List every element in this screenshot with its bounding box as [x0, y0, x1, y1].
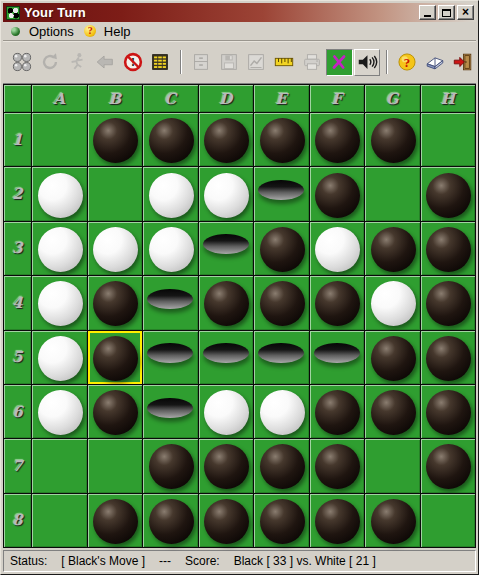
black-disc [426, 173, 471, 218]
toolbar: !? [3, 41, 476, 84]
cell-B3[interactable] [88, 222, 143, 275]
white-disc [38, 227, 83, 272]
toolbar-separator [386, 50, 388, 74]
ruler-icon [273, 51, 295, 73]
col-label-G: G [365, 85, 420, 112]
black-disc [371, 118, 416, 163]
cell-E4[interactable] [254, 276, 309, 329]
move-now-button [64, 49, 91, 76]
cell-G2[interactable] [365, 167, 420, 220]
drawer-icon [190, 51, 212, 73]
cell-H1[interactable] [421, 113, 476, 166]
col-label-C: C [143, 85, 198, 112]
cell-H7[interactable] [421, 439, 476, 492]
black-disc [315, 118, 360, 163]
close-icon: × [462, 6, 469, 18]
cell-D1[interactable] [199, 113, 254, 166]
cell-G6[interactable] [365, 385, 420, 438]
row-label-text: 6 [12, 403, 22, 421]
cell-D6[interactable] [199, 385, 254, 438]
floppy-icon [218, 51, 240, 73]
cell-G4[interactable] [365, 276, 420, 329]
white-disc [149, 173, 194, 218]
cell-B2[interactable] [88, 167, 143, 220]
cell-A8[interactable] [32, 494, 87, 547]
status-bar: Status: [ Black's Move ] --- Score: Blac… [3, 548, 476, 572]
score-value: Black [ 33 ] vs. White [ 21 ] [234, 554, 376, 568]
cell-B5[interactable] [88, 331, 143, 384]
col-label-text: A [53, 90, 65, 108]
window-controls: × [419, 5, 474, 20]
statistics-button [243, 49, 270, 76]
cell-F8[interactable] [310, 494, 365, 547]
row-label-text: 2 [12, 185, 22, 203]
cell-F6[interactable] [310, 385, 365, 438]
score-pad-icon [149, 51, 171, 73]
cell-H2[interactable] [421, 167, 476, 220]
white-disc [93, 227, 138, 272]
score-label: Score: [185, 554, 220, 568]
black-disc [260, 499, 305, 544]
maximize-button[interactable] [438, 5, 455, 20]
cell-F3[interactable] [310, 222, 365, 275]
maximize-icon [442, 9, 451, 17]
black-disc [204, 281, 249, 326]
cell-E1[interactable] [254, 113, 309, 166]
black-disc [371, 336, 416, 381]
col-label-text: F [331, 90, 342, 108]
speaker-icon [356, 51, 378, 73]
black-disc [426, 390, 471, 435]
cell-G5[interactable] [365, 331, 420, 384]
black-disc [93, 118, 138, 163]
row-label-text: 5 [12, 348, 22, 366]
question-icon: ? [84, 25, 97, 38]
left-arrow-icon [94, 51, 116, 73]
menubar: Options?Help [3, 22, 476, 41]
cell-C4[interactable] [143, 276, 198, 329]
black-disc [204, 118, 249, 163]
four-balls-icon [11, 51, 33, 73]
row-label-8: 8 [4, 494, 31, 547]
cell-A1[interactable] [32, 113, 87, 166]
row-label-6: 6 [4, 385, 31, 438]
cell-F4[interactable] [310, 276, 365, 329]
green-ball-icon [9, 25, 22, 38]
toolbar-separator [180, 50, 182, 74]
col-label-D: D [199, 85, 254, 112]
restart-button [37, 49, 64, 76]
black-disc [260, 227, 305, 272]
status-label: Status: [10, 554, 47, 568]
col-label-text: C [164, 90, 176, 108]
score-sheet-button[interactable] [147, 49, 174, 76]
magenta-x-icon [328, 51, 350, 73]
black-disc [93, 499, 138, 544]
minimize-icon [424, 15, 431, 17]
close-button[interactable]: × [457, 5, 474, 20]
row-label-1: 1 [4, 113, 31, 166]
cell-B4[interactable] [88, 276, 143, 329]
cell-H4[interactable] [421, 276, 476, 329]
cell-A3[interactable] [32, 222, 87, 275]
help-button[interactable]: ? [394, 49, 421, 76]
cell-H8[interactable] [421, 494, 476, 547]
cell-C6[interactable] [143, 385, 198, 438]
cell-B6[interactable] [88, 385, 143, 438]
cell-D7[interactable] [199, 439, 254, 492]
window-title: Your Turn [24, 5, 419, 20]
cell-C8[interactable] [143, 494, 198, 547]
app-icon [6, 6, 20, 20]
titlebar[interactable]: Your Turn × [3, 3, 476, 22]
stop-button[interactable]: ! [120, 49, 147, 76]
cell-C3[interactable] [143, 222, 198, 275]
black-disc [204, 444, 249, 489]
col-label-text: D [219, 90, 232, 108]
row-label-text: 7 [12, 457, 22, 475]
cell-D3[interactable] [199, 222, 254, 275]
black-disc [315, 173, 360, 218]
black-disc [204, 499, 249, 544]
cell-G3[interactable] [365, 222, 420, 275]
cell-D4[interactable] [199, 276, 254, 329]
menu-help[interactable]: ?Help [82, 23, 137, 40]
cell-A4[interactable] [32, 276, 87, 329]
cell-A7[interactable] [32, 439, 87, 492]
black-disc [260, 444, 305, 489]
cell-B1[interactable] [88, 113, 143, 166]
cell-E7[interactable] [254, 439, 309, 492]
open-game-button [188, 49, 215, 76]
row-label-5: 5 [4, 331, 31, 384]
exit-door-icon [452, 51, 474, 73]
cell-H3[interactable] [421, 222, 476, 275]
black-disc [426, 281, 471, 326]
black-disc [315, 281, 360, 326]
cell-E2[interactable] [254, 167, 309, 220]
white-disc [38, 173, 83, 218]
cell-C7[interactable] [143, 439, 198, 492]
black-disc [260, 281, 305, 326]
black-disc [93, 390, 138, 435]
black-disc [93, 336, 138, 381]
circular-arrow-icon [39, 51, 61, 73]
ruler-button[interactable] [271, 49, 298, 76]
cell-A5[interactable] [32, 331, 87, 384]
white-disc [204, 173, 249, 218]
cell-E8[interactable] [254, 494, 309, 547]
black-disc [149, 499, 194, 544]
menu-label: Options [29, 24, 74, 39]
row-label-text: 3 [12, 239, 22, 257]
flipping-disc [314, 343, 360, 363]
row-label-3: 3 [4, 222, 31, 275]
runner-icon [67, 51, 89, 73]
cell-A2[interactable] [32, 167, 87, 220]
cell-F5[interactable] [310, 331, 365, 384]
new-game-button[interactable] [9, 49, 36, 76]
col-label-text: G [386, 90, 399, 108]
black-disc [315, 390, 360, 435]
col-label-A: A [32, 85, 87, 112]
white-disc [204, 390, 249, 435]
show-moves-toggle-button[interactable] [326, 49, 353, 76]
menu-label: Help [104, 24, 131, 39]
cell-F2[interactable] [310, 167, 365, 220]
cell-C1[interactable] [143, 113, 198, 166]
col-label-B: B [88, 85, 143, 112]
black-disc [371, 390, 416, 435]
black-disc [93, 281, 138, 326]
white-disc [38, 390, 83, 435]
printer-icon [301, 51, 323, 73]
undo-move-button [92, 49, 119, 76]
white-disc [38, 336, 83, 381]
cell-E3[interactable] [254, 222, 309, 275]
cell-D5[interactable] [199, 331, 254, 384]
cell-G8[interactable] [365, 494, 420, 547]
cell-C5[interactable] [143, 331, 198, 384]
cell-H6[interactable] [421, 385, 476, 438]
black-disc [260, 118, 305, 163]
row-label-2: 2 [4, 167, 31, 220]
row-label-4: 4 [4, 276, 31, 329]
flipping-disc [258, 343, 304, 363]
white-disc [260, 390, 305, 435]
black-disc [315, 499, 360, 544]
col-label-H: H [421, 85, 476, 112]
white-disc [315, 227, 360, 272]
cell-F7[interactable] [310, 439, 365, 492]
flipping-disc [258, 180, 304, 200]
cell-G1[interactable] [365, 113, 420, 166]
flipping-disc [203, 234, 249, 254]
cell-F1[interactable] [310, 113, 365, 166]
svg-text:?: ? [404, 56, 410, 70]
row-label-text: 1 [12, 131, 22, 149]
minimize-button[interactable] [419, 5, 436, 20]
cell-G7[interactable] [365, 439, 420, 492]
black-disc [371, 499, 416, 544]
board-corner [4, 85, 31, 112]
print-button [298, 49, 325, 76]
sound-toggle-button[interactable] [354, 49, 381, 76]
black-disc [315, 444, 360, 489]
flipping-disc [147, 343, 193, 363]
flipping-disc [147, 289, 193, 309]
no-entry-icon: ! [122, 51, 144, 73]
save-game-button [215, 49, 242, 76]
black-disc [426, 444, 471, 489]
black-disc [371, 227, 416, 272]
row-label-text: 8 [12, 511, 22, 529]
black-disc [426, 227, 471, 272]
col-label-text: H [441, 90, 455, 108]
black-disc [149, 444, 194, 489]
exit-button[interactable] [449, 49, 476, 76]
about-button[interactable] [422, 49, 449, 76]
chart-icon [245, 51, 267, 73]
cell-E5[interactable] [254, 331, 309, 384]
black-disc [149, 118, 194, 163]
help-question-icon: ? [396, 51, 418, 73]
col-label-text: B [108, 90, 121, 108]
white-disc [371, 281, 416, 326]
flipping-disc [147, 398, 193, 418]
cell-E6[interactable] [254, 385, 309, 438]
row-label-text: 4 [12, 294, 22, 312]
menu-options[interactable]: Options [7, 23, 80, 40]
cell-B7[interactable] [88, 439, 143, 492]
col-label-E: E [254, 85, 309, 112]
cell-A6[interactable] [32, 385, 87, 438]
black-disc [426, 336, 471, 381]
othello-board: ABCDEFGH12345678 [4, 85, 475, 547]
status-value: [ Black's Move ] [61, 554, 145, 568]
status-panel: Status: [ Black's Move ] --- Score: Blac… [3, 550, 476, 572]
white-disc [38, 281, 83, 326]
app-window: Your Turn × Options?Help !? ABCDEFGH1234… [0, 0, 479, 575]
col-label-F: F [310, 85, 365, 112]
cell-D8[interactable] [199, 494, 254, 547]
cell-H5[interactable] [421, 331, 476, 384]
cell-D2[interactable] [199, 167, 254, 220]
cell-B8[interactable] [88, 494, 143, 547]
cell-C2[interactable] [143, 167, 198, 220]
col-label-text: E [276, 90, 287, 108]
white-disc [149, 227, 194, 272]
status-separator: --- [159, 554, 171, 568]
row-label-7: 7 [4, 439, 31, 492]
flipping-disc [203, 343, 249, 363]
board-area: ABCDEFGH12345678 [3, 84, 476, 548]
book-icon [424, 51, 446, 73]
